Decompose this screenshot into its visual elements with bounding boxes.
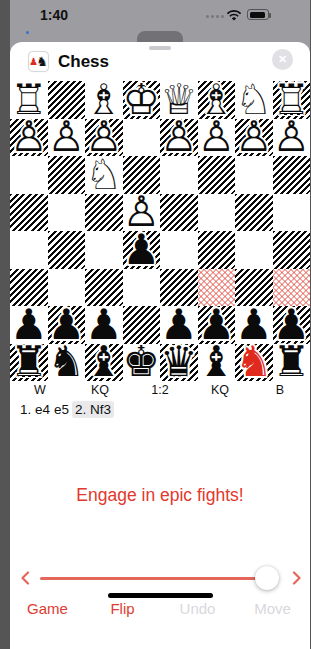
white-pawn-piece: ♙ <box>10 119 48 157</box>
black-knight-piece: ♞ <box>48 344 86 382</box>
white-castling-label: KQ <box>70 383 130 397</box>
piece-halo: ♟ <box>235 119 273 157</box>
square-h8[interactable]: ♜♜ <box>10 344 48 382</box>
square-g2[interactable]: ♟♙ <box>48 119 86 157</box>
black-pawn-piece: ♟ <box>85 306 123 344</box>
square-g3[interactable] <box>48 156 86 194</box>
square-f2[interactable]: ♟♙ <box>85 119 123 157</box>
square-h5[interactable] <box>10 231 48 269</box>
move-button[interactable]: Move <box>235 600 310 617</box>
black-pawn-piece: ♟ <box>10 306 48 344</box>
piece-halo: ♞ <box>48 344 86 382</box>
square-f3[interactable]: ♞♘ <box>85 156 123 194</box>
game-button[interactable]: Game <box>10 600 85 617</box>
black-rook-piece: ♜ <box>10 344 48 382</box>
white-pawn-piece: ♙ <box>160 119 198 157</box>
piece-halo: ♟ <box>235 306 273 344</box>
close-button[interactable]: ✕ <box>272 49 293 70</box>
square-d1[interactable]: ♛♕ <box>160 81 198 119</box>
black-castling-label: KQ <box>190 383 250 397</box>
square-f4[interactable] <box>85 194 123 232</box>
square-b4[interactable] <box>235 194 273 232</box>
undo-button[interactable]: Undo <box>160 600 235 617</box>
clock-time: 1:40 <box>34 7 74 23</box>
square-e5[interactable]: ♟♟ <box>123 231 161 269</box>
battery-icon <box>247 9 269 20</box>
square-b5[interactable] <box>235 231 273 269</box>
piece-halo: ♝ <box>85 344 123 382</box>
black-side-label: B <box>250 383 310 397</box>
piece-halo: ♟ <box>48 306 86 344</box>
black-pawn-piece: ♟ <box>198 306 236 344</box>
page-title: Chess <box>58 52 109 72</box>
square-b7[interactable]: ♟♟ <box>235 306 273 344</box>
square-c2[interactable]: ♟♙ <box>198 119 236 157</box>
white-king-piece: ♔ <box>123 81 161 119</box>
square-e3[interactable] <box>123 156 161 194</box>
white-pawn-piece: ♙ <box>85 119 123 157</box>
square-f7[interactable]: ♟♟ <box>85 306 123 344</box>
move-counter-label: 1:2 <box>130 383 190 397</box>
square-c1[interactable]: ♝♗ <box>198 81 236 119</box>
black-pawn-piece: ♟ <box>235 306 273 344</box>
square-f5[interactable] <box>85 231 123 269</box>
square-h1[interactable]: ♜♖ <box>10 81 48 119</box>
sheet-drag-handle[interactable] <box>149 46 171 50</box>
piece-halo: ♟ <box>198 306 236 344</box>
square-e4[interactable]: ♟♙ <box>123 194 161 232</box>
square-e7[interactable] <box>123 306 161 344</box>
bottom-toolbar: GameFlipUndoMove <box>10 600 310 617</box>
piece-halo: ♟ <box>10 119 48 157</box>
square-e8[interactable]: ♚♚ <box>123 344 161 382</box>
square-b3[interactable] <box>235 156 273 194</box>
piece-halo: ♟ <box>48 119 86 157</box>
square-b2[interactable]: ♟♙ <box>235 119 273 157</box>
white-pawn-piece: ♙ <box>235 119 273 157</box>
piece-halo: ♞ <box>85 156 123 194</box>
piece-halo: ♟ <box>10 306 48 344</box>
square-d3[interactable] <box>160 156 198 194</box>
square-h2[interactable]: ♟♙ <box>10 119 48 157</box>
piece-halo: ♝ <box>198 344 236 382</box>
white-pawn-piece: ♙ <box>198 119 236 157</box>
white-rook-piece: ♖ <box>273 81 311 119</box>
square-a8[interactable]: ♜♜ <box>273 344 311 382</box>
square-b6[interactable] <box>235 269 273 307</box>
selected-black-knight-piece: ♞ <box>235 344 273 382</box>
square-e6[interactable] <box>123 269 161 307</box>
square-f6[interactable] <box>85 269 123 307</box>
white-pawn-piece: ♙ <box>48 119 86 157</box>
piece-halo: ♜ <box>273 81 311 119</box>
piece-halo: ♞ <box>235 81 273 119</box>
black-pawn-piece: ♟ <box>123 231 161 269</box>
promo-banner: Engage in epic fights! <box>10 485 310 506</box>
square-h4[interactable] <box>10 194 48 232</box>
square-a1[interactable]: ♜♖ <box>273 81 311 119</box>
slider-track[interactable] <box>40 577 267 580</box>
flip-button[interactable]: Flip <box>85 600 160 617</box>
black-bishop-piece: ♝ <box>85 344 123 382</box>
white-queen-piece: ♕ <box>160 81 198 119</box>
square-g4[interactable] <box>48 194 86 232</box>
white-pawn-piece: ♙ <box>273 119 311 157</box>
square-e1[interactable]: ♚♔ <box>123 81 161 119</box>
piece-halo: ♟ <box>123 194 161 232</box>
status-bar: 1:40 <box>10 0 310 30</box>
icon-black-knight: ♞ <box>36 55 48 68</box>
square-d2[interactable]: ♟♙ <box>160 119 198 157</box>
black-pawn-piece: ♟ <box>273 306 311 344</box>
square-d7[interactable]: ♟♟ <box>160 306 198 344</box>
background-artifact-dot <box>26 31 29 34</box>
square-h6[interactable] <box>10 269 48 307</box>
screen: 1:40 ♟ ♞ Chess ✕ ♜♖♝♗♚♔♛♕♝♗♞♘♜♖♟♙♟♙♟♙♟♙♟… <box>10 0 310 649</box>
square-g7[interactable]: ♟♟ <box>48 306 86 344</box>
move-token-2-current[interactable]: 2. Nf3 <box>72 401 114 418</box>
piece-halo: ♝ <box>198 81 236 119</box>
piece-halo: ♜ <box>10 81 48 119</box>
square-f1[interactable]: ♝♗ <box>85 81 123 119</box>
square-a7[interactable]: ♟♟ <box>273 306 311 344</box>
square-g8[interactable]: ♞♞ <box>48 344 86 382</box>
piece-halo: ♟ <box>123 231 161 269</box>
piece-halo: ♟ <box>85 119 123 157</box>
cellular-signal-icon <box>206 15 224 18</box>
square-a2[interactable]: ♟♙ <box>273 119 311 157</box>
white-bishop-piece: ♗ <box>85 81 123 119</box>
chess-sheet: ♟ ♞ Chess ✕ ♜♖♝♗♚♔♛♕♝♗♞♘♜♖♟♙♟♙♟♙♟♙♟♙♟♙♟♙… <box>10 42 310 649</box>
wifi-icon <box>226 8 242 26</box>
piece-halo: ♚ <box>123 81 161 119</box>
square-g1[interactable] <box>48 81 86 119</box>
square-b8[interactable]: ♞♞ <box>235 344 273 382</box>
square-a3[interactable] <box>273 156 311 194</box>
chevron-right-icon[interactable] <box>292 571 302 589</box>
piece-halo: ♟ <box>160 119 198 157</box>
close-icon: ✕ <box>278 53 287 66</box>
piece-halo: ♟ <box>85 306 123 344</box>
move-list: 1. e4e52. Nf3 <box>20 402 118 417</box>
chess-app-icon: ♟ ♞ <box>28 51 49 72</box>
piece-halo: ♛ <box>160 344 198 382</box>
black-pawn-piece: ♟ <box>160 306 198 344</box>
game-state-row: W KQ 1:2 KQ B <box>10 383 310 397</box>
black-king-piece: ♚ <box>123 344 161 382</box>
slider-thumb[interactable] <box>255 566 279 590</box>
white-rook-piece: ♖ <box>10 81 48 119</box>
home-indicator[interactable] <box>108 593 213 598</box>
black-pawn-piece: ♟ <box>48 306 86 344</box>
piece-halo: ♛ <box>160 81 198 119</box>
square-d4[interactable] <box>160 194 198 232</box>
piece-halo: ♟ <box>273 119 311 157</box>
square-c6[interactable] <box>198 269 236 307</box>
black-queen-piece: ♛ <box>160 344 198 382</box>
black-bishop-piece: ♝ <box>198 344 236 382</box>
square-d6[interactable] <box>160 269 198 307</box>
piece-halo: ♞ <box>235 344 273 382</box>
square-d5[interactable] <box>160 231 198 269</box>
history-slider <box>10 563 310 593</box>
piece-halo: ♜ <box>273 344 311 382</box>
move-token-1[interactable]: e5 <box>54 402 69 417</box>
square-g5[interactable] <box>48 231 86 269</box>
piece-halo: ♜ <box>10 344 48 382</box>
square-g6[interactable] <box>48 269 86 307</box>
square-f8[interactable]: ♝♝ <box>85 344 123 382</box>
square-a6[interactable] <box>273 269 311 307</box>
square-c7[interactable]: ♟♟ <box>198 306 236 344</box>
square-e2[interactable] <box>123 119 161 157</box>
move-token-0[interactable]: 1. e4 <box>20 402 50 417</box>
piece-halo: ♝ <box>85 81 123 119</box>
square-c3[interactable] <box>198 156 236 194</box>
square-c5[interactable] <box>198 231 236 269</box>
white-knight-piece: ♘ <box>85 156 123 194</box>
white-pawn-piece: ♙ <box>123 194 161 232</box>
white-bishop-piece: ♗ <box>198 81 236 119</box>
white-side-label: W <box>10 383 70 397</box>
square-a5[interactable] <box>273 231 311 269</box>
white-knight-piece: ♘ <box>235 81 273 119</box>
square-c8[interactable]: ♝♝ <box>198 344 236 382</box>
piece-halo: ♟ <box>160 306 198 344</box>
square-a4[interactable] <box>273 194 311 232</box>
piece-halo: ♟ <box>273 306 311 344</box>
square-c4[interactable] <box>198 194 236 232</box>
square-b1[interactable]: ♞♘ <box>235 81 273 119</box>
piece-halo: ♚ <box>123 344 161 382</box>
chevron-left-icon[interactable] <box>20 571 30 589</box>
square-h7[interactable]: ♟♟ <box>10 306 48 344</box>
square-d8[interactable]: ♛♛ <box>160 344 198 382</box>
chess-board: ♜♖♝♗♚♔♛♕♝♗♞♘♜♖♟♙♟♙♟♙♟♙♟♙♟♙♟♙♞♘♟♙♟♟♟♟♟♟♟♟… <box>10 81 310 381</box>
black-rook-piece: ♜ <box>273 344 311 382</box>
piece-halo: ♟ <box>198 119 236 157</box>
square-h3[interactable] <box>10 156 48 194</box>
